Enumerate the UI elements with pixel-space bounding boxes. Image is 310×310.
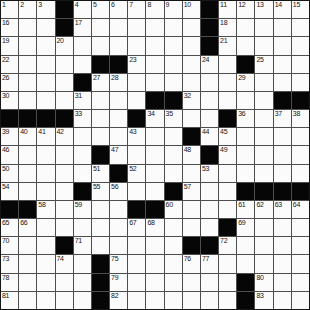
cell-6-7[interactable] <box>110 92 127 109</box>
cell-8-5[interactable] <box>74 128 91 145</box>
cell-4-13[interactable] <box>219 56 236 73</box>
cell-15-4[interactable]: 74 <box>56 255 73 272</box>
cell-2-11[interactable] <box>183 19 200 36</box>
clue-number: 76 <box>184 255 191 262</box>
cell-7-17[interactable]: 38 <box>292 110 309 127</box>
cell-15-2[interactable] <box>19 255 36 272</box>
cell-2-6[interactable] <box>92 19 109 36</box>
cell-7-14[interactable]: 36 <box>237 110 254 127</box>
cell-15-8[interactable] <box>128 255 145 272</box>
cell-9-5[interactable] <box>74 146 91 163</box>
cell-1-9[interactable]: 8 <box>146 1 163 18</box>
cell-13-6[interactable] <box>92 219 109 236</box>
clue-number: 29 <box>238 74 245 81</box>
cell-15-17[interactable] <box>292 255 309 272</box>
cell-9-11[interactable]: 48 <box>183 146 200 163</box>
cell-14-16[interactable] <box>274 237 291 254</box>
cell-13-9[interactable]: 68 <box>146 219 163 236</box>
cell-15-16[interactable] <box>274 255 291 272</box>
cell-4-12[interactable]: 24 <box>201 56 218 73</box>
cell-17-15[interactable]: 83 <box>255 292 272 309</box>
cell-5-8[interactable] <box>128 74 145 91</box>
cell-9-2[interactable] <box>19 146 36 163</box>
clue-number: 41 <box>38 128 45 135</box>
cell-7-5[interactable]: 33 <box>74 110 91 127</box>
cell-9-8[interactable] <box>128 146 145 163</box>
clue-number: 17 <box>75 19 82 26</box>
cell-10-16[interactable] <box>274 165 291 182</box>
cell-9-15[interactable] <box>255 146 272 163</box>
cell-10-6[interactable]: 51 <box>92 165 109 182</box>
cell-7-9[interactable]: 34 <box>146 110 163 127</box>
cell-17-3[interactable] <box>37 292 54 309</box>
cell-16-1[interactable]: 78 <box>1 274 18 291</box>
cell-15-13[interactable] <box>219 255 236 272</box>
clue-number: 46 <box>2 146 9 153</box>
cell-3-15[interactable] <box>255 37 272 54</box>
cell-11-1[interactable]: 54 <box>1 183 18 200</box>
cell-12-5[interactable]: 59 <box>74 201 91 218</box>
clue-number: 39 <box>2 128 9 135</box>
cell-6-6[interactable] <box>92 92 109 109</box>
cell-10-4[interactable] <box>56 165 73 182</box>
cell-15-12[interactable]: 77 <box>201 255 218 272</box>
cell-12-15[interactable]: 62 <box>255 201 272 218</box>
cell-4-16[interactable] <box>274 56 291 73</box>
cell-6-8[interactable] <box>128 92 145 109</box>
cell-17-12[interactable] <box>201 292 218 309</box>
clue-number: 77 <box>202 255 209 262</box>
cell-5-12[interactable] <box>201 74 218 91</box>
cell-12-4[interactable] <box>56 201 73 218</box>
cell-1-11[interactable]: 10 <box>183 1 200 18</box>
cell-7-15[interactable] <box>255 110 272 127</box>
cell-16-8[interactable] <box>128 274 145 291</box>
cell-12-3[interactable]: 58 <box>37 201 54 218</box>
cell-2-14[interactable] <box>237 19 254 36</box>
cell-10-2[interactable] <box>19 165 36 182</box>
cell-11-9[interactable] <box>146 183 163 200</box>
cell-11-6[interactable]: 55 <box>92 183 109 200</box>
cell-5-7[interactable]: 28 <box>110 74 127 91</box>
cell-6-13[interactable] <box>219 92 236 109</box>
cell-3-11[interactable] <box>183 37 200 54</box>
cell-13-3[interactable] <box>37 219 54 236</box>
cell-3-2[interactable] <box>19 37 36 54</box>
cell-12-12[interactable] <box>201 201 218 218</box>
cell-1-1[interactable]: 1 <box>1 1 18 18</box>
cell-9-10[interactable] <box>165 146 182 163</box>
cell-16-15[interactable]: 80 <box>255 274 272 291</box>
clue-number: 64 <box>293 201 300 208</box>
cell-11-12[interactable] <box>201 183 218 200</box>
cell-8-3[interactable]: 41 <box>37 128 54 145</box>
cell-14-6[interactable] <box>92 237 109 254</box>
cell-14-13[interactable]: 72 <box>219 237 236 254</box>
cell-13-1[interactable]: 65 <box>1 219 18 236</box>
cell-14-15[interactable] <box>255 237 272 254</box>
cell-10-12[interactable]: 53 <box>201 165 218 182</box>
cell-5-17[interactable] <box>292 74 309 91</box>
cell-16-10[interactable] <box>165 274 182 291</box>
cell-10-15[interactable] <box>255 165 272 182</box>
cell-3-4[interactable]: 20 <box>56 37 73 54</box>
cell-17-9[interactable] <box>146 292 163 309</box>
cell-8-12[interactable]: 44 <box>201 128 218 145</box>
cell-4-10[interactable] <box>165 56 182 73</box>
cell-16-11[interactable] <box>183 274 200 291</box>
cell-14-17[interactable] <box>292 237 309 254</box>
cell-2-13[interactable]: 18 <box>219 19 236 36</box>
cell-10-3[interactable] <box>37 165 54 182</box>
cell-16-16[interactable] <box>274 274 291 291</box>
clue-number: 43 <box>129 128 136 135</box>
cell-13-10[interactable] <box>165 219 182 236</box>
cell-15-10[interactable] <box>165 255 182 272</box>
block-7-2 <box>19 110 36 127</box>
cell-5-3[interactable] <box>37 74 54 91</box>
cell-5-14[interactable]: 29 <box>237 74 254 91</box>
cell-7-11[interactable] <box>183 110 200 127</box>
cell-5-10[interactable] <box>165 74 182 91</box>
cell-14-2[interactable] <box>19 237 36 254</box>
clue-number: 20 <box>57 37 64 44</box>
cell-15-9[interactable] <box>146 255 163 272</box>
cell-12-16[interactable]: 63 <box>274 201 291 218</box>
cell-13-15[interactable] <box>255 219 272 236</box>
cell-7-10[interactable]: 35 <box>165 110 182 127</box>
clue-number: 8 <box>147 1 151 8</box>
cell-17-10[interactable] <box>165 292 182 309</box>
block-11-14 <box>237 183 254 200</box>
cell-14-7[interactable] <box>110 237 127 254</box>
cell-7-7[interactable] <box>110 110 127 127</box>
cell-12-7[interactable] <box>110 201 127 218</box>
cell-17-1[interactable]: 81 <box>1 292 18 309</box>
cell-13-7[interactable] <box>110 219 127 236</box>
cell-9-17[interactable] <box>292 146 309 163</box>
cell-7-12[interactable] <box>201 110 218 127</box>
block-6-16 <box>274 92 291 109</box>
clue-number: 35 <box>166 110 173 117</box>
clue-number: 15 <box>293 1 300 8</box>
clue-number: 70 <box>2 237 9 244</box>
cell-5-2[interactable] <box>19 74 36 91</box>
block-2-12 <box>201 19 218 36</box>
cell-16-9[interactable] <box>146 274 163 291</box>
clue-number: 59 <box>75 201 82 208</box>
cell-8-7[interactable] <box>110 128 127 145</box>
cell-10-5[interactable] <box>74 165 91 182</box>
cell-4-1[interactable]: 22 <box>1 56 18 73</box>
cell-13-5[interactable] <box>74 219 91 236</box>
cell-4-9[interactable] <box>146 56 163 73</box>
clue-number: 32 <box>184 92 191 99</box>
clue-number: 74 <box>57 255 64 262</box>
cell-11-11[interactable]: 57 <box>183 183 200 200</box>
cell-6-4[interactable] <box>56 92 73 109</box>
cell-9-13[interactable]: 49 <box>219 146 236 163</box>
cell-3-16[interactable] <box>274 37 291 54</box>
cell-8-8[interactable]: 43 <box>128 128 145 145</box>
cell-11-7[interactable]: 56 <box>110 183 127 200</box>
clue-number: 33 <box>75 110 82 117</box>
cell-1-16[interactable]: 14 <box>274 1 291 18</box>
cell-8-2[interactable]: 40 <box>19 128 36 145</box>
cell-3-7[interactable] <box>110 37 127 54</box>
cell-6-2[interactable] <box>19 92 36 109</box>
cell-9-9[interactable] <box>146 146 163 163</box>
clue-number: 51 <box>93 165 100 172</box>
cell-8-6[interactable] <box>92 128 109 145</box>
cell-3-17[interactable] <box>292 37 309 54</box>
cell-17-13[interactable] <box>219 292 236 309</box>
cell-17-8[interactable] <box>128 292 145 309</box>
cell-14-5[interactable]: 71 <box>74 237 91 254</box>
cell-6-12[interactable] <box>201 92 218 109</box>
cell-11-8[interactable] <box>128 183 145 200</box>
cell-8-4[interactable]: 42 <box>56 128 73 145</box>
cell-9-14[interactable] <box>237 146 254 163</box>
cell-10-9[interactable] <box>146 165 163 182</box>
cell-5-4[interactable] <box>56 74 73 91</box>
clue-number: 19 <box>2 37 9 44</box>
cell-9-16[interactable] <box>274 146 291 163</box>
cell-2-17[interactable] <box>292 19 309 36</box>
cell-17-5[interactable] <box>74 292 91 309</box>
clue-number: 82 <box>111 292 118 299</box>
cell-8-14[interactable] <box>237 128 254 145</box>
cell-4-5[interactable] <box>74 56 91 73</box>
cell-14-8[interactable] <box>128 237 145 254</box>
cell-10-13[interactable] <box>219 165 236 182</box>
cell-15-1[interactable]: 73 <box>1 255 18 272</box>
cell-8-10[interactable] <box>165 128 182 145</box>
clue-number: 25 <box>256 56 263 63</box>
cell-2-1[interactable]: 16 <box>1 19 18 36</box>
cell-6-5[interactable]: 31 <box>74 92 91 109</box>
cell-16-5[interactable] <box>74 274 91 291</box>
cell-1-3[interactable]: 3 <box>37 1 54 18</box>
cell-16-12[interactable] <box>201 274 218 291</box>
clue-number: 72 <box>220 237 227 244</box>
cell-1-15[interactable]: 13 <box>255 1 272 18</box>
cell-5-9[interactable] <box>146 74 163 91</box>
cell-16-4[interactable] <box>56 274 73 291</box>
cell-1-14[interactable]: 12 <box>237 1 254 18</box>
cell-1-6[interactable]: 5 <box>92 1 109 18</box>
cell-4-11[interactable] <box>183 56 200 73</box>
cell-1-5[interactable]: 4 <box>74 1 91 18</box>
clue-number: 53 <box>202 165 209 172</box>
cell-17-17[interactable] <box>292 292 309 309</box>
cell-10-8[interactable]: 52 <box>128 165 145 182</box>
block-16-6 <box>92 274 109 291</box>
cell-4-15[interactable]: 25 <box>255 56 272 73</box>
cell-12-17[interactable]: 64 <box>292 201 309 218</box>
cell-12-11[interactable] <box>183 201 200 218</box>
cell-15-11[interactable]: 76 <box>183 255 200 272</box>
cell-3-5[interactable] <box>74 37 91 54</box>
cell-17-16[interactable] <box>274 292 291 309</box>
clue-number: 1 <box>2 1 6 8</box>
cell-12-6[interactable] <box>92 201 109 218</box>
cell-11-13[interactable] <box>219 183 236 200</box>
cell-5-6[interactable]: 27 <box>92 74 109 91</box>
clue-number: 55 <box>93 183 100 190</box>
cell-14-3[interactable] <box>37 237 54 254</box>
clue-number: 50 <box>2 165 9 172</box>
cell-6-15[interactable] <box>255 92 272 109</box>
clue-number: 68 <box>147 219 154 226</box>
cell-12-13[interactable] <box>219 201 236 218</box>
cell-1-17[interactable]: 15 <box>292 1 309 18</box>
cell-3-10[interactable] <box>165 37 182 54</box>
cell-4-3[interactable] <box>37 56 54 73</box>
cell-8-17[interactable] <box>292 128 309 145</box>
cell-8-13[interactable]: 45 <box>219 128 236 145</box>
clue-number: 79 <box>111 274 118 281</box>
clue-number: 13 <box>256 1 263 8</box>
clue-number: 67 <box>129 219 136 226</box>
cell-15-3[interactable] <box>37 255 54 272</box>
clue-number: 40 <box>20 128 27 135</box>
cell-1-10[interactable]: 9 <box>165 1 182 18</box>
cell-16-17[interactable] <box>292 274 309 291</box>
cell-1-2[interactable]: 2 <box>19 1 36 18</box>
cell-2-8[interactable] <box>128 19 145 36</box>
cell-3-3[interactable] <box>37 37 54 54</box>
cell-4-2[interactable] <box>19 56 36 73</box>
cell-2-5[interactable]: 17 <box>74 19 91 36</box>
cell-1-7[interactable]: 6 <box>110 1 127 18</box>
cell-13-17[interactable] <box>292 219 309 236</box>
cell-6-1[interactable]: 30 <box>1 92 18 109</box>
cell-10-1[interactable]: 50 <box>1 165 18 182</box>
cell-1-8[interactable]: 7 <box>128 1 145 18</box>
clue-number: 6 <box>111 1 115 8</box>
cell-8-15[interactable] <box>255 128 272 145</box>
cell-4-4[interactable] <box>56 56 73 73</box>
cell-13-2[interactable]: 66 <box>19 219 36 236</box>
clue-number: 63 <box>275 201 282 208</box>
cell-14-14[interactable] <box>237 237 254 254</box>
cell-4-17[interactable] <box>292 56 309 73</box>
cell-9-1[interactable]: 46 <box>1 146 18 163</box>
clue-number: 48 <box>184 146 191 153</box>
cell-13-12[interactable] <box>201 219 218 236</box>
cell-4-8[interactable]: 23 <box>128 56 145 73</box>
cell-5-16[interactable] <box>274 74 291 91</box>
cell-10-17[interactable] <box>292 165 309 182</box>
cell-3-14[interactable] <box>237 37 254 54</box>
cell-10-10[interactable] <box>165 165 182 182</box>
cell-8-16[interactable] <box>274 128 291 145</box>
cell-5-15[interactable] <box>255 74 272 91</box>
clue-number: 65 <box>2 219 9 226</box>
cell-9-3[interactable] <box>37 146 54 163</box>
cell-8-1[interactable]: 39 <box>1 128 18 145</box>
clue-number: 61 <box>238 201 245 208</box>
cell-14-9[interactable] <box>146 237 163 254</box>
cell-13-4[interactable] <box>56 219 73 236</box>
cell-16-7[interactable]: 79 <box>110 274 127 291</box>
cell-2-15[interactable] <box>255 19 272 36</box>
cell-2-10[interactable] <box>165 19 182 36</box>
cell-2-2[interactable] <box>19 19 36 36</box>
cell-17-4[interactable] <box>56 292 73 309</box>
cell-2-16[interactable] <box>274 19 291 36</box>
cell-12-14[interactable]: 61 <box>237 201 254 218</box>
cell-17-7[interactable]: 82 <box>110 292 127 309</box>
cell-13-16[interactable] <box>274 219 291 236</box>
cell-5-13[interactable] <box>219 74 236 91</box>
cell-15-15[interactable] <box>255 255 272 272</box>
cell-16-2[interactable] <box>19 274 36 291</box>
cell-2-3[interactable] <box>37 19 54 36</box>
cell-11-4[interactable] <box>56 183 73 200</box>
cell-13-8[interactable]: 67 <box>128 219 145 236</box>
cell-5-1[interactable]: 26 <box>1 74 18 91</box>
cell-12-10[interactable]: 60 <box>165 201 182 218</box>
cell-10-14[interactable] <box>237 165 254 182</box>
cell-15-5[interactable] <box>74 255 91 272</box>
cell-5-11[interactable] <box>183 74 200 91</box>
clue-number: 78 <box>2 274 9 281</box>
clue-number: 16 <box>2 19 9 26</box>
cell-14-10[interactable] <box>165 237 182 254</box>
cell-6-3[interactable] <box>37 92 54 109</box>
cell-7-6[interactable] <box>92 110 109 127</box>
cell-11-3[interactable] <box>37 183 54 200</box>
clue-number: 58 <box>38 201 45 208</box>
cell-6-11[interactable]: 32 <box>183 92 200 109</box>
cell-16-3[interactable] <box>37 274 54 291</box>
clue-number: 83 <box>256 292 263 299</box>
cell-3-1[interactable]: 19 <box>1 37 18 54</box>
block-6-10 <box>165 92 182 109</box>
cell-10-11[interactable] <box>183 165 200 182</box>
cell-17-2[interactable] <box>19 292 36 309</box>
block-9-12 <box>201 146 218 163</box>
cell-13-11[interactable] <box>183 219 200 236</box>
cell-3-13[interactable]: 21 <box>219 37 236 54</box>
cell-2-7[interactable] <box>110 19 127 36</box>
cell-7-16[interactable]: 37 <box>274 110 291 127</box>
block-6-9 <box>146 92 163 109</box>
block-16-14 <box>237 274 254 291</box>
cell-3-9[interactable] <box>146 37 163 54</box>
cell-6-14[interactable] <box>237 92 254 109</box>
block-9-6 <box>92 146 109 163</box>
cell-9-4[interactable] <box>56 146 73 163</box>
block-17-6 <box>92 292 109 309</box>
cell-14-1[interactable]: 70 <box>1 237 18 254</box>
cell-3-8[interactable] <box>128 37 145 54</box>
cell-15-7[interactable]: 75 <box>110 255 127 272</box>
cell-15-14[interactable] <box>237 255 254 272</box>
cell-8-9[interactable] <box>146 128 163 145</box>
cell-11-2[interactable] <box>19 183 36 200</box>
cell-13-14[interactable]: 69 <box>237 219 254 236</box>
cell-3-6[interactable] <box>92 37 109 54</box>
cell-2-9[interactable] <box>146 19 163 36</box>
cell-17-11[interactable] <box>183 292 200 309</box>
cell-1-13[interactable]: 11 <box>219 1 236 18</box>
cell-9-7[interactable]: 47 <box>110 146 127 163</box>
block-1-4 <box>56 1 73 18</box>
cell-16-13[interactable] <box>219 274 236 291</box>
